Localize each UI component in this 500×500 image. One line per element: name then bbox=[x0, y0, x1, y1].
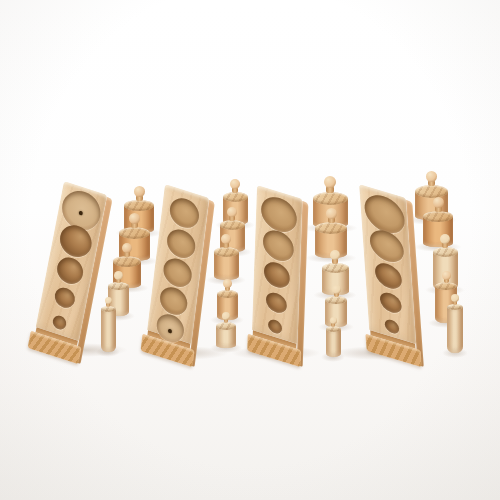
knobbed-cylinder bbox=[447, 294, 463, 353]
knob-ball bbox=[227, 207, 237, 217]
knob-ball bbox=[330, 317, 337, 324]
knobbed-cylinder bbox=[101, 297, 116, 352]
knob-ball bbox=[440, 234, 450, 244]
cylinder-top-face bbox=[423, 211, 453, 222]
cylinder-body bbox=[326, 329, 341, 357]
knob-ball bbox=[230, 179, 240, 189]
knob-ball bbox=[122, 243, 132, 253]
cylinder-body bbox=[101, 309, 116, 352]
cylinder-top-face bbox=[108, 282, 129, 290]
knob-ball bbox=[330, 250, 340, 260]
product-photo-canvas bbox=[0, 0, 500, 500]
pin-hole-dot bbox=[79, 210, 84, 215]
knob-ball bbox=[221, 234, 231, 244]
cylinder-top-face bbox=[119, 227, 150, 239]
cylinder-top-face bbox=[223, 192, 248, 202]
knob-ball bbox=[114, 271, 123, 280]
cylinder-block-2 bbox=[144, 184, 215, 368]
knob-ball bbox=[223, 279, 232, 288]
cylinder-top-face bbox=[214, 247, 239, 257]
pin-hole-dot bbox=[168, 328, 172, 333]
cylinder-top-face bbox=[220, 220, 245, 230]
knob-ball bbox=[426, 171, 437, 182]
knob-ball bbox=[324, 176, 336, 188]
cylinder-top-face bbox=[433, 247, 458, 257]
cylinder-top-face bbox=[315, 222, 347, 234]
knobbed-cylinder bbox=[326, 317, 341, 357]
knob-ball bbox=[442, 271, 451, 280]
cylinder-block-3 bbox=[251, 185, 308, 368]
cylinder-top-face bbox=[322, 263, 349, 273]
knob-ball bbox=[332, 285, 341, 294]
knob-ball bbox=[326, 208, 337, 219]
cylinder-top-face bbox=[325, 296, 347, 304]
knobbed-cylinder bbox=[214, 234, 239, 280]
cylinder-top-face bbox=[217, 290, 238, 298]
cylinder-top-face bbox=[113, 256, 141, 267]
cylinder-top-face bbox=[216, 322, 236, 330]
cylinder-top-face bbox=[313, 192, 348, 205]
knob-ball bbox=[222, 312, 230, 320]
knobbed-cylinder bbox=[216, 312, 236, 348]
cylinder-body bbox=[447, 307, 463, 353]
knob-ball bbox=[129, 213, 140, 224]
knob-ball bbox=[433, 197, 444, 208]
knob-ball bbox=[105, 297, 112, 304]
knob-ball bbox=[134, 186, 145, 197]
cylinder-top-face bbox=[435, 282, 457, 290]
knob-ball bbox=[451, 294, 459, 302]
cylinder-top-face bbox=[124, 200, 154, 211]
